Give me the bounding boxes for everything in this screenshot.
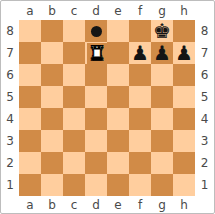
square-b6[interactable] [41,64,63,86]
square-a2[interactable] [19,152,41,174]
square-e8[interactable] [107,20,129,42]
chess-diagram: abcdefgh 87654321 ♚♜♟♟♟ 87654321 abcdefg… [0,0,215,214]
square-h5[interactable] [173,86,195,108]
rank-label-6: 6 [1,64,19,86]
file-label-e: e [107,196,129,213]
square-f6[interactable] [129,64,151,86]
square-e6[interactable] [107,64,129,86]
rank-label-2: 2 [195,152,214,174]
rank-labels-right: 87654321 [195,20,214,196]
square-d2[interactable] [85,152,107,174]
rank-label-8: 8 [195,20,214,42]
square-f2[interactable] [129,152,151,174]
square-a1[interactable] [19,174,41,196]
square-b8[interactable] [41,20,63,42]
square-b1[interactable] [41,174,63,196]
chess-board: ♚♜♟♟♟ [19,20,195,196]
square-d3[interactable] [85,130,107,152]
square-g6[interactable] [151,64,173,86]
piece-black-pawn[interactable]: ♟ [131,43,149,63]
rank-label-6: 6 [195,64,214,86]
rank-label-7: 7 [1,42,19,64]
file-label-b: b [41,196,63,213]
file-label-g: g [151,196,173,213]
move-target-dot [91,26,102,37]
file-label-h: h [173,1,195,20]
square-d1[interactable] [85,174,107,196]
square-e1[interactable] [107,174,129,196]
file-label-a: a [19,1,41,20]
piece-white-rook[interactable]: ♜ [88,44,105,63]
square-b4[interactable] [41,108,63,130]
square-f4[interactable] [129,108,151,130]
file-label-c: c [63,196,85,213]
piece-black-pawn[interactable]: ♟ [153,43,171,63]
piece-black-king[interactable]: ♚ [153,21,171,41]
square-d5[interactable] [85,86,107,108]
file-labels-top: abcdefgh [19,1,195,20]
rank-label-3: 3 [1,130,19,152]
square-d4[interactable] [85,108,107,130]
square-e3[interactable] [107,130,129,152]
file-label-e: e [107,1,129,20]
square-h4[interactable] [173,108,195,130]
rank-labels-left: 87654321 [1,20,19,196]
square-g7[interactable]: ♟ [151,42,173,64]
square-b3[interactable] [41,130,63,152]
square-c3[interactable] [63,130,85,152]
file-label-f: f [129,1,151,20]
square-b7[interactable] [41,42,63,64]
rank-label-4: 4 [195,108,214,130]
square-b5[interactable] [41,86,63,108]
rank-label-8: 8 [1,20,19,42]
file-label-h: h [173,196,195,213]
square-e5[interactable] [107,86,129,108]
square-d8[interactable] [85,20,107,42]
square-h7[interactable]: ♟ [173,42,195,64]
file-labels-bottom: abcdefgh [19,196,195,213]
square-g8[interactable]: ♚ [151,20,173,42]
square-g4[interactable] [151,108,173,130]
square-e4[interactable] [107,108,129,130]
square-f3[interactable] [129,130,151,152]
square-g5[interactable] [151,86,173,108]
square-a7[interactable] [19,42,41,64]
square-a8[interactable] [19,20,41,42]
square-c5[interactable] [63,86,85,108]
square-g1[interactable] [151,174,173,196]
file-label-d: d [85,196,107,213]
square-d7[interactable]: ♜ [85,42,107,64]
square-h1[interactable] [173,174,195,196]
file-label-c: c [63,1,85,20]
file-label-d: d [85,1,107,20]
rank-label-5: 5 [195,86,214,108]
rank-label-2: 2 [1,152,19,174]
square-c8[interactable] [63,20,85,42]
rank-label-3: 3 [195,130,214,152]
square-b2[interactable] [41,152,63,174]
rank-label-7: 7 [195,42,214,64]
square-g3[interactable] [151,130,173,152]
square-c7[interactable] [63,42,85,64]
square-h2[interactable] [173,152,195,174]
square-a4[interactable] [19,108,41,130]
square-h3[interactable] [173,130,195,152]
rank-label-5: 5 [1,86,19,108]
square-a6[interactable] [19,64,41,86]
piece-sprite-tile: ♜ [87,43,107,64]
square-f8[interactable] [129,20,151,42]
square-f7[interactable]: ♟ [129,42,151,64]
rank-label-1: 1 [195,174,214,196]
file-label-g: g [151,1,173,20]
square-g2[interactable] [151,152,173,174]
square-c6[interactable] [63,64,85,86]
square-f1[interactable] [129,174,151,196]
square-e7[interactable] [107,42,129,64]
square-d6[interactable] [85,64,107,86]
square-h6[interactable] [173,64,195,86]
square-c2[interactable] [63,152,85,174]
file-label-a: a [19,196,41,213]
piece-black-pawn[interactable]: ♟ [175,43,193,63]
square-a5[interactable] [19,86,41,108]
file-label-b: b [41,1,63,20]
square-a3[interactable] [19,130,41,152]
square-h8[interactable] [173,20,195,42]
square-f5[interactable] [129,86,151,108]
file-label-f: f [129,196,151,213]
square-c4[interactable] [63,108,85,130]
square-e2[interactable] [107,152,129,174]
rank-label-1: 1 [1,174,19,196]
square-c1[interactable] [63,174,85,196]
rank-label-4: 4 [1,108,19,130]
